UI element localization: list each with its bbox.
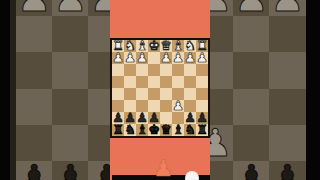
square[interactable]: ♜ xyxy=(112,124,124,136)
square[interactable] xyxy=(196,64,208,76)
black-knight: ♞ xyxy=(184,124,196,136)
square: ♟ xyxy=(233,161,269,180)
black-queen: ♛ xyxy=(160,124,172,136)
square[interactable] xyxy=(112,64,124,76)
square: ♟ xyxy=(52,0,88,16)
square[interactable] xyxy=(160,76,172,88)
square[interactable]: ♞ xyxy=(184,124,196,136)
square[interactable]: ♚ xyxy=(148,124,160,136)
square[interactable] xyxy=(136,76,148,88)
square: ♟ xyxy=(16,161,52,180)
black-rook: ♜ xyxy=(112,124,124,136)
chess-board: ♜♞♝♚♛♝♞♜♟♟♟♟♟♟♟♟♟♟♟♟♟♟♜♞♝♚♛♝♞♜ xyxy=(110,38,210,138)
square[interactable]: ♚ xyxy=(148,40,160,52)
square: ♟ xyxy=(269,161,305,180)
square[interactable] xyxy=(160,88,172,100)
square[interactable] xyxy=(148,76,160,88)
square[interactable] xyxy=(112,88,124,100)
square[interactable]: ♜ xyxy=(196,124,208,136)
white-pawn: ♟ xyxy=(124,52,136,64)
black-bishop: ♝ xyxy=(136,124,148,136)
white-pawn: ♟ xyxy=(17,0,51,16)
square[interactable]: ♟ xyxy=(196,52,208,64)
square[interactable] xyxy=(136,64,148,76)
square xyxy=(233,16,269,52)
black-pawn: ♟ xyxy=(53,161,87,180)
white-pawn: ♟ xyxy=(234,0,268,16)
black-rook: ♜ xyxy=(196,124,208,136)
background-board-edge xyxy=(10,0,16,180)
square xyxy=(52,16,88,52)
square xyxy=(52,89,88,125)
square: ♟ xyxy=(233,0,269,16)
left-letterbox xyxy=(0,0,10,180)
square[interactable]: ♟ xyxy=(136,52,148,64)
avatar-partial xyxy=(185,171,199,180)
square[interactable] xyxy=(148,88,160,100)
square: ♟ xyxy=(52,161,88,180)
black-pawn: ♟ xyxy=(17,161,51,180)
white-pawn: ♟ xyxy=(270,0,304,16)
white-pawn: ♟ xyxy=(160,52,172,64)
chess-board-grid: ♜♞♝♚♛♝♞♜♟♟♟♟♟♟♟♟♟♟♟♟♟♟♜♞♝♚♛♝♞♜ xyxy=(112,40,208,136)
square[interactable]: ♞ xyxy=(124,124,136,136)
square[interactable] xyxy=(124,64,136,76)
white-pawn: ♟ xyxy=(172,52,184,64)
pawn-watermark-icon: ♟ xyxy=(153,157,174,180)
square xyxy=(16,89,52,125)
square[interactable] xyxy=(184,88,196,100)
square xyxy=(16,16,52,52)
black-king: ♚ xyxy=(148,124,160,136)
square xyxy=(52,52,88,88)
white-pawn: ♟ xyxy=(53,0,87,16)
square: ♟ xyxy=(16,0,52,16)
square[interactable]: ♝ xyxy=(136,124,148,136)
square[interactable] xyxy=(196,88,208,100)
square[interactable]: ♛ xyxy=(160,124,172,136)
white-pawn: ♟ xyxy=(112,52,124,64)
white-pawn: ♟ xyxy=(136,52,148,64)
square[interactable] xyxy=(148,64,160,76)
square[interactable] xyxy=(148,52,160,64)
square[interactable] xyxy=(160,64,172,76)
square[interactable] xyxy=(112,76,124,88)
shorts-frame: ♟♟♟♟♟♟♟♟♟♟♟♟♟♟ ♜♞♝♚♛♝♞♜♟♟♟♟♟♟♟♟♟♟♟♟♟♟♜♞♝… xyxy=(0,0,320,180)
square[interactable]: ♟ xyxy=(172,52,184,64)
square xyxy=(233,125,269,161)
square xyxy=(269,16,305,52)
black-bishop: ♝ xyxy=(172,124,184,136)
square[interactable] xyxy=(172,64,184,76)
square[interactable]: ♟ xyxy=(124,52,136,64)
square xyxy=(16,52,52,88)
square: ♟ xyxy=(269,0,305,16)
square[interactable] xyxy=(196,76,208,88)
square[interactable]: ♟ xyxy=(184,52,196,64)
square xyxy=(52,125,88,161)
square xyxy=(269,89,305,125)
white-pawn: ♟ xyxy=(172,100,184,112)
black-pawn: ♟ xyxy=(234,161,268,180)
square[interactable]: ♟ xyxy=(112,52,124,64)
square[interactable] xyxy=(124,88,136,100)
square[interactable] xyxy=(184,76,196,88)
white-pawn: ♟ xyxy=(184,52,196,64)
square[interactable] xyxy=(136,88,148,100)
square[interactable]: ♝ xyxy=(172,124,184,136)
black-knight: ♞ xyxy=(124,124,136,136)
black-pawn: ♟ xyxy=(270,161,304,180)
square[interactable] xyxy=(172,76,184,88)
square xyxy=(269,125,305,161)
square xyxy=(233,89,269,125)
white-king: ♚ xyxy=(148,40,160,52)
right-letterbox xyxy=(306,0,320,180)
square[interactable]: ♟ xyxy=(172,100,184,112)
square[interactable] xyxy=(124,76,136,88)
square xyxy=(233,52,269,88)
white-pawn: ♟ xyxy=(196,52,208,64)
square[interactable]: ♟ xyxy=(160,52,172,64)
square[interactable] xyxy=(160,100,172,112)
square[interactable] xyxy=(184,64,196,76)
square xyxy=(269,52,305,88)
square xyxy=(16,125,52,161)
